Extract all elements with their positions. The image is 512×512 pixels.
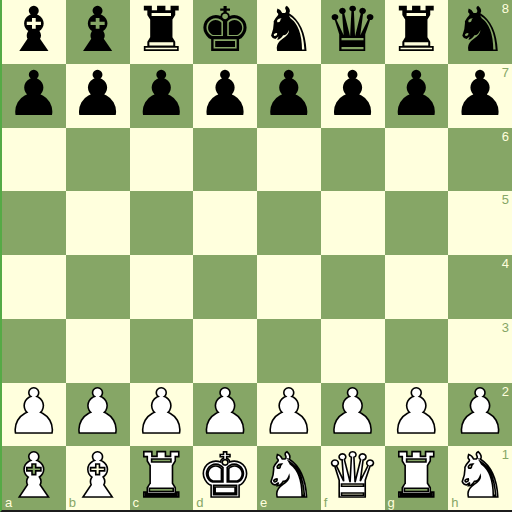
square-e3[interactable] (257, 319, 321, 383)
square-a5[interactable] (2, 191, 66, 255)
square-d6[interactable] (193, 128, 257, 192)
rank-label-3: 3 (502, 321, 509, 334)
square-f8[interactable]: ♛ (321, 0, 385, 64)
square-a6[interactable] (2, 128, 66, 192)
square-h4[interactable]: 4 (448, 255, 512, 319)
black-pawn[interactable]: ♟ (452, 64, 508, 125)
square-a7[interactable]: ♟ (2, 64, 66, 128)
white-bishop[interactable]: ♝ (70, 446, 126, 507)
white-rook[interactable]: ♜ (389, 446, 445, 507)
square-c3[interactable] (130, 319, 194, 383)
square-h7[interactable]: ♟7 (448, 64, 512, 128)
square-g4[interactable] (385, 255, 449, 319)
square-e4[interactable] (257, 255, 321, 319)
square-f5[interactable] (321, 191, 385, 255)
square-c2[interactable]: ♟ (130, 383, 194, 447)
square-c6[interactable] (130, 128, 194, 192)
square-f7[interactable]: ♟ (321, 64, 385, 128)
board-edge: ♝♝♜♚♞♛♜♞8♟♟♟♟♟♟♟♟76543♟♟♟♟♟♟♟♟2♝a♝b♜c♚d♞… (0, 0, 512, 512)
square-b2[interactable]: ♟ (66, 383, 130, 447)
square-c1[interactable]: ♜c (130, 446, 194, 510)
black-pawn[interactable]: ♟ (6, 64, 62, 125)
square-f1[interactable]: ♛f (321, 446, 385, 510)
white-queen[interactable]: ♛ (325, 446, 381, 507)
square-b5[interactable] (66, 191, 130, 255)
square-d5[interactable] (193, 191, 257, 255)
square-b6[interactable] (66, 128, 130, 192)
square-c4[interactable] (130, 255, 194, 319)
black-pawn[interactable]: ♟ (197, 64, 253, 125)
square-e6[interactable] (257, 128, 321, 192)
square-b1[interactable]: ♝b (66, 446, 130, 510)
square-h6[interactable]: 6 (448, 128, 512, 192)
black-queen[interactable]: ♛ (325, 0, 381, 61)
square-a3[interactable] (2, 319, 66, 383)
white-rook[interactable]: ♜ (134, 446, 190, 507)
square-e1[interactable]: ♞e (257, 446, 321, 510)
square-d4[interactable] (193, 255, 257, 319)
square-b3[interactable] (66, 319, 130, 383)
rank-label-5: 5 (502, 193, 509, 206)
white-knight[interactable]: ♞ (452, 446, 508, 507)
black-pawn[interactable]: ♟ (325, 64, 381, 125)
white-knight[interactable]: ♞ (261, 446, 317, 507)
square-d8[interactable]: ♚ (193, 0, 257, 64)
black-pawn[interactable]: ♟ (261, 64, 317, 125)
square-h2[interactable]: ♟2 (448, 383, 512, 447)
black-pawn[interactable]: ♟ (389, 64, 445, 125)
rank-label-4: 4 (502, 257, 509, 270)
square-c5[interactable] (130, 191, 194, 255)
square-h1[interactable]: ♞1h (448, 446, 512, 510)
white-pawn[interactable]: ♟ (197, 383, 253, 444)
black-bishop[interactable]: ♝ (70, 0, 126, 61)
square-e5[interactable] (257, 191, 321, 255)
white-pawn[interactable]: ♟ (325, 383, 381, 444)
square-f6[interactable] (321, 128, 385, 192)
square-d2[interactable]: ♟ (193, 383, 257, 447)
chess-board: ♝♝♜♚♞♛♜♞8♟♟♟♟♟♟♟♟76543♟♟♟♟♟♟♟♟2♝a♝b♜c♚d♞… (2, 0, 512, 510)
white-pawn[interactable]: ♟ (389, 383, 445, 444)
square-h8[interactable]: ♞8 (448, 0, 512, 64)
square-d7[interactable]: ♟ (193, 64, 257, 128)
square-b7[interactable]: ♟ (66, 64, 130, 128)
white-pawn[interactable]: ♟ (70, 383, 126, 444)
square-e7[interactable]: ♟ (257, 64, 321, 128)
white-pawn[interactable]: ♟ (452, 383, 508, 444)
square-h5[interactable]: 5 (448, 191, 512, 255)
square-g5[interactable] (385, 191, 449, 255)
square-g6[interactable] (385, 128, 449, 192)
black-pawn[interactable]: ♟ (70, 64, 126, 125)
square-a4[interactable] (2, 255, 66, 319)
square-f3[interactable] (321, 319, 385, 383)
white-pawn[interactable]: ♟ (261, 383, 317, 444)
black-king[interactable]: ♚ (197, 0, 253, 61)
white-king[interactable]: ♚ (197, 446, 253, 507)
square-a8[interactable]: ♝ (2, 0, 66, 64)
black-knight[interactable]: ♞ (261, 0, 317, 61)
square-g8[interactable]: ♜ (385, 0, 449, 64)
black-pawn[interactable]: ♟ (134, 64, 190, 125)
square-c8[interactable]: ♜ (130, 0, 194, 64)
black-rook[interactable]: ♜ (134, 0, 190, 61)
square-c7[interactable]: ♟ (130, 64, 194, 128)
black-rook[interactable]: ♜ (389, 0, 445, 61)
rank-label-6: 6 (502, 130, 509, 143)
square-e2[interactable]: ♟ (257, 383, 321, 447)
white-pawn[interactable]: ♟ (134, 383, 190, 444)
square-g1[interactable]: ♜g (385, 446, 449, 510)
black-bishop[interactable]: ♝ (6, 0, 62, 61)
white-pawn[interactable]: ♟ (6, 383, 62, 444)
square-f4[interactable] (321, 255, 385, 319)
square-f2[interactable]: ♟ (321, 383, 385, 447)
square-e8[interactable]: ♞ (257, 0, 321, 64)
square-b4[interactable] (66, 255, 130, 319)
square-h3[interactable]: 3 (448, 319, 512, 383)
square-d1[interactable]: ♚d (193, 446, 257, 510)
square-d3[interactable] (193, 319, 257, 383)
square-g2[interactable]: ♟ (385, 383, 449, 447)
square-b8[interactable]: ♝ (66, 0, 130, 64)
square-g3[interactable] (385, 319, 449, 383)
square-a1[interactable]: ♝a (2, 446, 66, 510)
square-a2[interactable]: ♟ (2, 383, 66, 447)
square-g7[interactable]: ♟ (385, 64, 449, 128)
white-bishop[interactable]: ♝ (6, 446, 62, 507)
black-knight[interactable]: ♞ (452, 0, 508, 61)
